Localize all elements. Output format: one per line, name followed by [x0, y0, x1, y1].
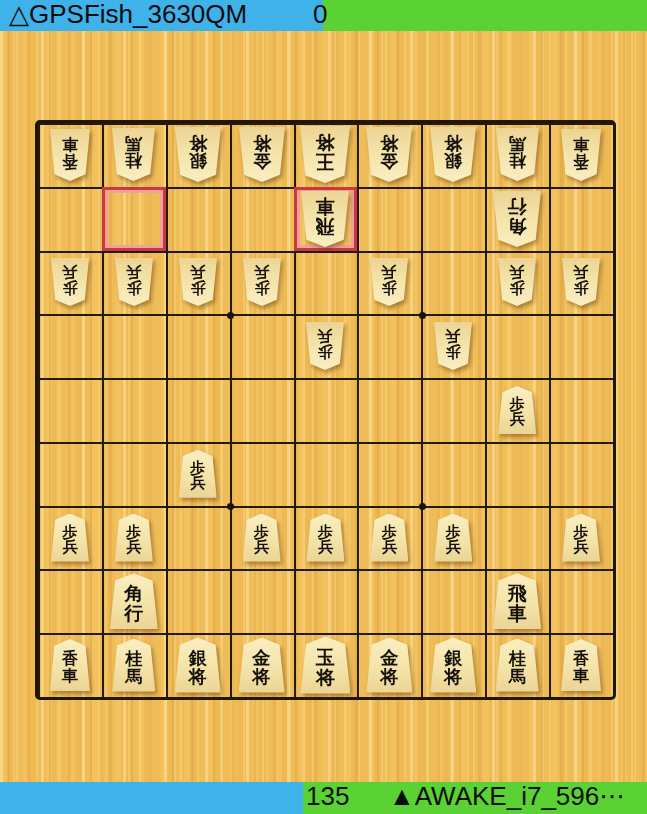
- cell-r8c5[interactable]: [294, 569, 358, 633]
- cell-r5c9[interactable]: [549, 378, 613, 442]
- sente-score-bar: 135 ▲AWAKE_i7_596⋯: [0, 782, 647, 814]
- gote-score-value: 0: [313, 0, 327, 30]
- cell-r8c4[interactable]: [230, 569, 294, 633]
- piece-face: 香車: [50, 129, 90, 181]
- gote-piece-l-r1c1[interactable]: 香車: [38, 123, 102, 187]
- cell-r5c7[interactable]: [421, 378, 485, 442]
- piece-face: 香車: [561, 129, 601, 181]
- cell-r2c9[interactable]: [549, 187, 613, 251]
- sente-piece-p-r7c7[interactable]: 歩兵: [421, 506, 485, 570]
- gote-piece-s-r1c3[interactable]: 銀将: [166, 123, 230, 187]
- piece-face: 金将: [239, 638, 285, 693]
- cell-r5c6[interactable]: [357, 378, 421, 442]
- piece-face: 歩兵: [51, 514, 89, 562]
- sente-piece-p-r6c3[interactable]: 歩兵: [166, 442, 230, 506]
- gote-piece-p-r4c7[interactable]: 歩兵: [421, 314, 485, 378]
- piece-face: 歩兵: [498, 258, 536, 306]
- gote-piece-k-r1c5[interactable]: 王将: [294, 123, 358, 187]
- piece-face: 王将: [300, 126, 350, 183]
- sente-piece-j-r9c5[interactable]: 玉将: [294, 633, 358, 697]
- sente-piece-p-r7c1[interactable]: 歩兵: [38, 506, 102, 570]
- piece-face: 銀将: [430, 127, 476, 182]
- cell-r4c3[interactable]: [166, 314, 230, 378]
- piece-face: 金将: [366, 127, 412, 182]
- cell-r5c1[interactable]: [38, 378, 102, 442]
- piece-face: 飛車: [493, 573, 541, 629]
- shogi-board: 香車桂馬銀将金将王将金将銀将桂馬香車飛車角行歩兵歩兵歩兵歩兵歩兵歩兵歩兵歩兵歩兵…: [35, 120, 616, 700]
- gote-piece-s-r1c7[interactable]: 銀将: [421, 123, 485, 187]
- piece-face: 歩兵: [179, 450, 217, 498]
- sente-piece-p-r7c2[interactable]: 歩兵: [102, 506, 166, 570]
- piece-face: 桂馬: [112, 128, 155, 181]
- piece-face: 歩兵: [115, 514, 153, 562]
- sente-piece-g-r9c6[interactable]: 金将: [357, 633, 421, 697]
- cell-r4c8[interactable]: [485, 314, 549, 378]
- piece-face: 歩兵: [434, 322, 472, 370]
- sente-piece-p-r7c4[interactable]: 歩兵: [230, 506, 294, 570]
- cell-r6c4[interactable]: [230, 442, 294, 506]
- piece-face: 歩兵: [562, 258, 600, 306]
- gote-piece-p-r3c9[interactable]: 歩兵: [549, 251, 613, 315]
- gote-piece-n-r1c8[interactable]: 桂馬: [485, 123, 549, 187]
- piece-face: 玉将: [300, 637, 350, 694]
- gote-score-bar: △GPSFish_3630QM 0: [0, 0, 647, 31]
- sente-bar-blue: [0, 782, 303, 814]
- cell-r6c5[interactable]: [294, 442, 358, 506]
- cell-r6c6[interactable]: [357, 442, 421, 506]
- sente-piece-l-r9c1[interactable]: 香車: [38, 633, 102, 697]
- cell-r7c8[interactable]: [485, 506, 549, 570]
- gote-piece-p-r3c4[interactable]: 歩兵: [230, 251, 294, 315]
- gote-piece-p-r3c3[interactable]: 歩兵: [166, 251, 230, 315]
- app-screen: △GPSFish_3630QM 0 香車桂馬銀将金将王将金将銀将桂馬香車飛車角行…: [0, 0, 647, 814]
- cell-r6c9[interactable]: [549, 442, 613, 506]
- cell-r6c8[interactable]: [485, 442, 549, 506]
- piece-face: 桂馬: [496, 639, 539, 692]
- sente-piece-p-r7c6[interactable]: 歩兵: [357, 506, 421, 570]
- piece-face: 金将: [366, 638, 412, 693]
- cell-r8c6[interactable]: [357, 569, 421, 633]
- sente-piece-l-r9c9[interactable]: 香車: [549, 633, 613, 697]
- last-move-highlight-r2c2[interactable]: [102, 187, 166, 251]
- piece-face: 歩兵: [51, 258, 89, 306]
- piece-face: 銀将: [175, 638, 221, 693]
- piece-face: 香車: [50, 639, 90, 691]
- cell-r2c4[interactable]: [230, 187, 294, 251]
- cell-r7c3[interactable]: [166, 506, 230, 570]
- cell-r5c4[interactable]: [230, 378, 294, 442]
- piece-face: 桂馬: [112, 639, 155, 692]
- piece-face: 歩兵: [243, 514, 281, 562]
- piece-face: 歩兵: [306, 514, 344, 562]
- piece-face: 飛車: [301, 191, 349, 247]
- piece-face: 香車: [561, 639, 601, 691]
- gote-piece-b-r2c8[interactable]: 角行: [485, 187, 549, 251]
- gote-piece-g-r1c6[interactable]: 金将: [357, 123, 421, 187]
- cell-r5c5[interactable]: [294, 378, 358, 442]
- cell-r8c1[interactable]: [38, 569, 102, 633]
- gote-piece-p-r3c8[interactable]: 歩兵: [485, 251, 549, 315]
- cell-r6c7[interactable]: [421, 442, 485, 506]
- piece-face: 歩兵: [370, 258, 408, 306]
- piece-face: 歩兵: [562, 514, 600, 562]
- cell-r2c3[interactable]: [166, 187, 230, 251]
- cell-r4c1[interactable]: [38, 314, 102, 378]
- cell-r8c9[interactable]: [549, 569, 613, 633]
- sente-piece-s-r9c3[interactable]: 銀将: [166, 633, 230, 697]
- cell-r8c7[interactable]: [421, 569, 485, 633]
- cell-r4c2[interactable]: [102, 314, 166, 378]
- piece-face: 角行: [110, 573, 158, 629]
- sente-piece-s-r9c7[interactable]: 銀将: [421, 633, 485, 697]
- cell-r6c2[interactable]: [102, 442, 166, 506]
- gote-piece-n-r1c2[interactable]: 桂馬: [102, 123, 166, 187]
- piece-face: 歩兵: [434, 514, 472, 562]
- gote-piece-p-r3c1[interactable]: 歩兵: [38, 251, 102, 315]
- cell-r2c1[interactable]: [38, 187, 102, 251]
- piece-face: 銀将: [175, 127, 221, 182]
- gote-piece-p-r4c5[interactable]: 歩兵: [294, 314, 358, 378]
- piece-face: 桂馬: [496, 128, 539, 181]
- piece-face: 歩兵: [370, 514, 408, 562]
- piece-face: 銀将: [430, 638, 476, 693]
- gote-player-name: △GPSFish_3630QM: [9, 0, 247, 30]
- gote-piece-l-r1c9[interactable]: 香車: [549, 123, 613, 187]
- sente-piece-b-r8c2[interactable]: 角行: [102, 569, 166, 633]
- gote-piece-p-r3c2[interactable]: 歩兵: [102, 251, 166, 315]
- cell-r6c1[interactable]: [38, 442, 102, 506]
- sente-piece-p-r7c9[interactable]: 歩兵: [549, 506, 613, 570]
- cell-r4c6[interactable]: [357, 314, 421, 378]
- sente-piece-p-r7c5[interactable]: 歩兵: [294, 506, 358, 570]
- cell-r8c3[interactable]: [166, 569, 230, 633]
- piece-face: 歩兵: [179, 258, 217, 306]
- cell-r2c7[interactable]: [421, 187, 485, 251]
- piece-face: 金将: [239, 127, 285, 182]
- sente-piece-r-r8c8[interactable]: 飛車: [485, 569, 549, 633]
- piece-face: 歩兵: [243, 258, 281, 306]
- cell-r3c5[interactable]: [294, 251, 358, 315]
- cell-r5c2[interactable]: [102, 378, 166, 442]
- cell-r3c7[interactable]: [421, 251, 485, 315]
- gote-piece-r-r2c5[interactable]: 飛車: [294, 187, 358, 251]
- piece-face: 歩兵: [115, 258, 153, 306]
- piece-face: 角行: [493, 191, 541, 247]
- sente-piece-p-r5c8[interactable]: 歩兵: [485, 378, 549, 442]
- cell-r4c9[interactable]: [549, 314, 613, 378]
- sente-piece-n-r9c2[interactable]: 桂馬: [102, 633, 166, 697]
- cell-r4c4[interactable]: [230, 314, 294, 378]
- gote-piece-p-r3c6[interactable]: 歩兵: [357, 251, 421, 315]
- sente-player-name: ▲AWAKE_i7_596⋯: [389, 782, 625, 812]
- cell-r5c3[interactable]: [166, 378, 230, 442]
- piece-face: 歩兵: [498, 386, 536, 434]
- sente-piece-g-r9c4[interactable]: 金将: [230, 633, 294, 697]
- sente-piece-n-r9c8[interactable]: 桂馬: [485, 633, 549, 697]
- sente-score-value: 135: [306, 782, 349, 812]
- cell-r2c6[interactable]: [357, 187, 421, 251]
- piece-face: 歩兵: [306, 322, 344, 370]
- gote-piece-g-r1c4[interactable]: 金将: [230, 123, 294, 187]
